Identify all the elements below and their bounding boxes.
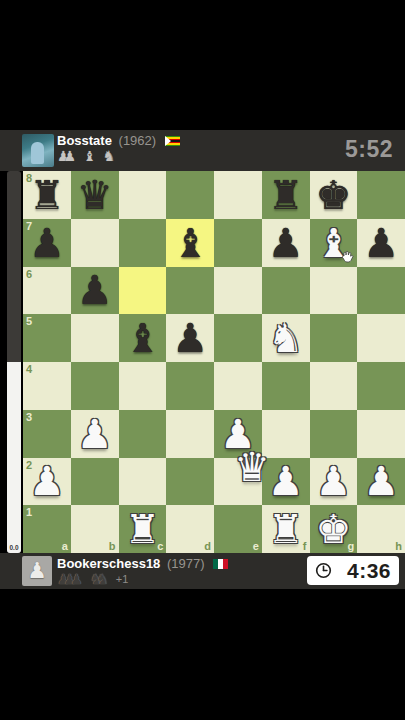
square-c4[interactable] <box>119 362 167 410</box>
captured-piece-icon: ♟ <box>64 149 77 164</box>
square-b6[interactable]: ♟ <box>71 267 119 315</box>
bottom-player-name[interactable]: Bookerschess18 <box>57 556 160 571</box>
square-a4[interactable]: 4 <box>23 362 71 410</box>
square-g6[interactable] <box>310 267 358 315</box>
top-player-captured-pieces: ♟♟♝♞ <box>57 149 180 164</box>
square-e5[interactable] <box>214 314 262 362</box>
black-pawn-piece[interactable]: ♟ <box>77 270 113 310</box>
rank-label-3: 3 <box>26 412 32 423</box>
black-rook-piece[interactable]: ♜ <box>268 175 304 215</box>
black-queen-piece[interactable]: ♛ <box>77 175 113 215</box>
square-c1[interactable]: c♜ <box>119 505 167 553</box>
square-h1[interactable]: h <box>357 505 405 553</box>
game-screen: Bosstate (1962) ♟♟♝♞ 5:52 0.0 8♜♛♜♚7♟♝♟♝… <box>0 0 405 720</box>
square-h4[interactable] <box>357 362 405 410</box>
square-c8[interactable] <box>119 171 167 219</box>
square-h8[interactable] <box>357 171 405 219</box>
square-h6[interactable] <box>357 267 405 315</box>
evaluation-bar: 0.0 <box>7 171 21 553</box>
captured-piece-icon: ♝ <box>83 149 96 164</box>
captured-piece-icon: ♞ <box>103 149 116 164</box>
square-d1[interactable]: d <box>166 505 214 553</box>
square-f2[interactable]: ♟ <box>262 458 310 506</box>
square-a7[interactable]: 7♟ <box>23 219 71 267</box>
bottom-player-time: 4:36 <box>332 559 399 583</box>
top-player-rating: (1962) <box>119 133 157 148</box>
chess-board[interactable]: 8♜♛♜♚7♟♝♟♝♟6♟5♝♟♞43♟♟2♟♛♟♟♟1abc♜def♜g♚h <box>23 171 405 553</box>
white-queen-piece[interactable]: ♛ <box>234 447 270 487</box>
square-e2[interactable]: ♛ <box>214 458 262 506</box>
file-label-b: b <box>109 541 116 552</box>
black-pawn-piece[interactable]: ♟ <box>268 223 304 263</box>
file-label-e: e <box>253 541 259 552</box>
square-d8[interactable] <box>166 171 214 219</box>
square-b2[interactable] <box>71 458 119 506</box>
square-g2[interactable]: ♟ <box>310 458 358 506</box>
square-b3[interactable]: ♟ <box>71 410 119 458</box>
bottom-player-bar: ♟ Bookerschess18 (1977) ♟♟♟♞♞+1 4:36 <box>0 553 405 589</box>
square-f8[interactable]: ♜ <box>262 171 310 219</box>
captured-piece-group: ♞♞ <box>90 572 109 587</box>
square-d4[interactable] <box>166 362 214 410</box>
square-h7[interactable]: ♟ <box>357 219 405 267</box>
white-rook-piece[interactable]: ♜ <box>124 509 160 549</box>
square-e4[interactable] <box>214 362 262 410</box>
square-f5[interactable]: ♞ <box>262 314 310 362</box>
square-c3[interactable] <box>119 410 167 458</box>
square-c5[interactable]: ♝ <box>119 314 167 362</box>
square-e1[interactable]: e <box>214 505 262 553</box>
zimbabwe-flag-icon <box>165 136 180 146</box>
captured-piece-icon: ♞ <box>96 572 109 587</box>
white-knight-piece[interactable]: ♞ <box>268 318 304 358</box>
square-a3[interactable]: 3 <box>23 410 71 458</box>
square-a8[interactable]: 8♜ <box>23 171 71 219</box>
white-pawn-piece[interactable]: ♟ <box>315 461 351 501</box>
square-g8[interactable]: ♚ <box>310 171 358 219</box>
square-a2[interactable]: 2♟ <box>23 458 71 506</box>
black-pawn-piece[interactable]: ♟ <box>172 318 208 358</box>
file-label-a: a <box>62 541 68 552</box>
white-pawn-piece[interactable]: ♟ <box>363 461 399 501</box>
black-pawn-piece[interactable]: ♟ <box>363 223 399 263</box>
mexico-flag-icon <box>213 559 228 569</box>
square-e8[interactable] <box>214 171 262 219</box>
black-rook-piece[interactable]: ♜ <box>29 175 65 215</box>
captured-piece-group: ♞ <box>103 149 116 164</box>
evaluation-bar-white-section <box>7 362 21 553</box>
file-label-d: d <box>204 541 211 552</box>
square-f7[interactable]: ♟ <box>262 219 310 267</box>
rank-label-5: 5 <box>26 316 32 327</box>
bottom-player-rating: (1977) <box>167 556 205 571</box>
black-bishop-piece[interactable]: ♝ <box>172 223 208 263</box>
square-e6[interactable] <box>214 267 262 315</box>
captured-piece-group: ♟♟♟ <box>57 572 83 587</box>
square-b1[interactable]: b <box>71 505 119 553</box>
black-king-piece[interactable]: ♚ <box>315 175 351 215</box>
square-g7[interactable]: ♝ <box>310 219 358 267</box>
square-f6[interactable] <box>262 267 310 315</box>
square-d5[interactable]: ♟ <box>166 314 214 362</box>
white-pawn-piece[interactable]: ♟ <box>29 461 65 501</box>
square-g1[interactable]: g♚ <box>310 505 358 553</box>
square-c7[interactable] <box>119 219 167 267</box>
square-g3[interactable] <box>310 410 358 458</box>
bottom-player-avatar[interactable]: ♟ <box>22 556 52 586</box>
square-g4[interactable] <box>310 362 358 410</box>
square-a5[interactable]: 5 <box>23 314 71 362</box>
rank-label-4: 4 <box>26 364 32 375</box>
square-e7[interactable] <box>214 219 262 267</box>
square-h5[interactable] <box>357 314 405 362</box>
top-player-avatar[interactable] <box>22 134 54 167</box>
square-d6[interactable] <box>166 267 214 315</box>
captured-piece-icon: ♟ <box>70 572 83 587</box>
drag-hand-icon <box>341 250 354 263</box>
square-b7[interactable] <box>71 219 119 267</box>
square-f4[interactable] <box>262 362 310 410</box>
top-player-clock: 5:52 <box>345 136 393 163</box>
bottom-player-captured-pieces: ♟♟♟♞♞+1 <box>57 572 228 587</box>
file-label-h: h <box>395 541 402 552</box>
square-h3[interactable] <box>357 410 405 458</box>
square-b8[interactable]: ♛ <box>71 171 119 219</box>
square-f1[interactable]: f♜ <box>262 505 310 553</box>
square-c2[interactable] <box>119 458 167 506</box>
white-rook-piece[interactable]: ♜ <box>268 509 304 549</box>
top-player-bar: Bosstate (1962) ♟♟♝♞ 5:52 <box>0 130 405 171</box>
black-pawn-piece[interactable]: ♟ <box>29 223 65 263</box>
square-h2[interactable]: ♟ <box>357 458 405 506</box>
captured-piece-group: ♝ <box>83 149 96 164</box>
square-d7[interactable]: ♝ <box>166 219 214 267</box>
square-a6[interactable]: 6 <box>23 267 71 315</box>
captured-piece-group: ♟♟ <box>57 149 76 164</box>
square-d2[interactable] <box>166 458 214 506</box>
square-a1[interactable]: 1a <box>23 505 71 553</box>
square-c6[interactable] <box>119 267 167 315</box>
top-player-name[interactable]: Bosstate <box>57 133 112 148</box>
material-advantage: +1 <box>116 572 129 587</box>
bottom-player-clock: 4:36 <box>307 556 399 585</box>
white-king-piece[interactable]: ♚ <box>315 509 351 549</box>
black-bishop-piece[interactable]: ♝ <box>124 318 160 358</box>
evaluation-value: 0.0 <box>7 544 21 551</box>
clock-icon <box>315 562 332 579</box>
default-pawn-avatar-icon: ♟ <box>27 560 47 582</box>
white-pawn-piece[interactable]: ♟ <box>77 414 113 454</box>
white-pawn-piece[interactable]: ♟ <box>268 461 304 501</box>
square-g5[interactable] <box>310 314 358 362</box>
square-b5[interactable] <box>71 314 119 362</box>
rank-label-1: 1 <box>26 507 32 518</box>
square-b4[interactable] <box>71 362 119 410</box>
square-d3[interactable] <box>166 410 214 458</box>
rank-label-6: 6 <box>26 269 32 280</box>
